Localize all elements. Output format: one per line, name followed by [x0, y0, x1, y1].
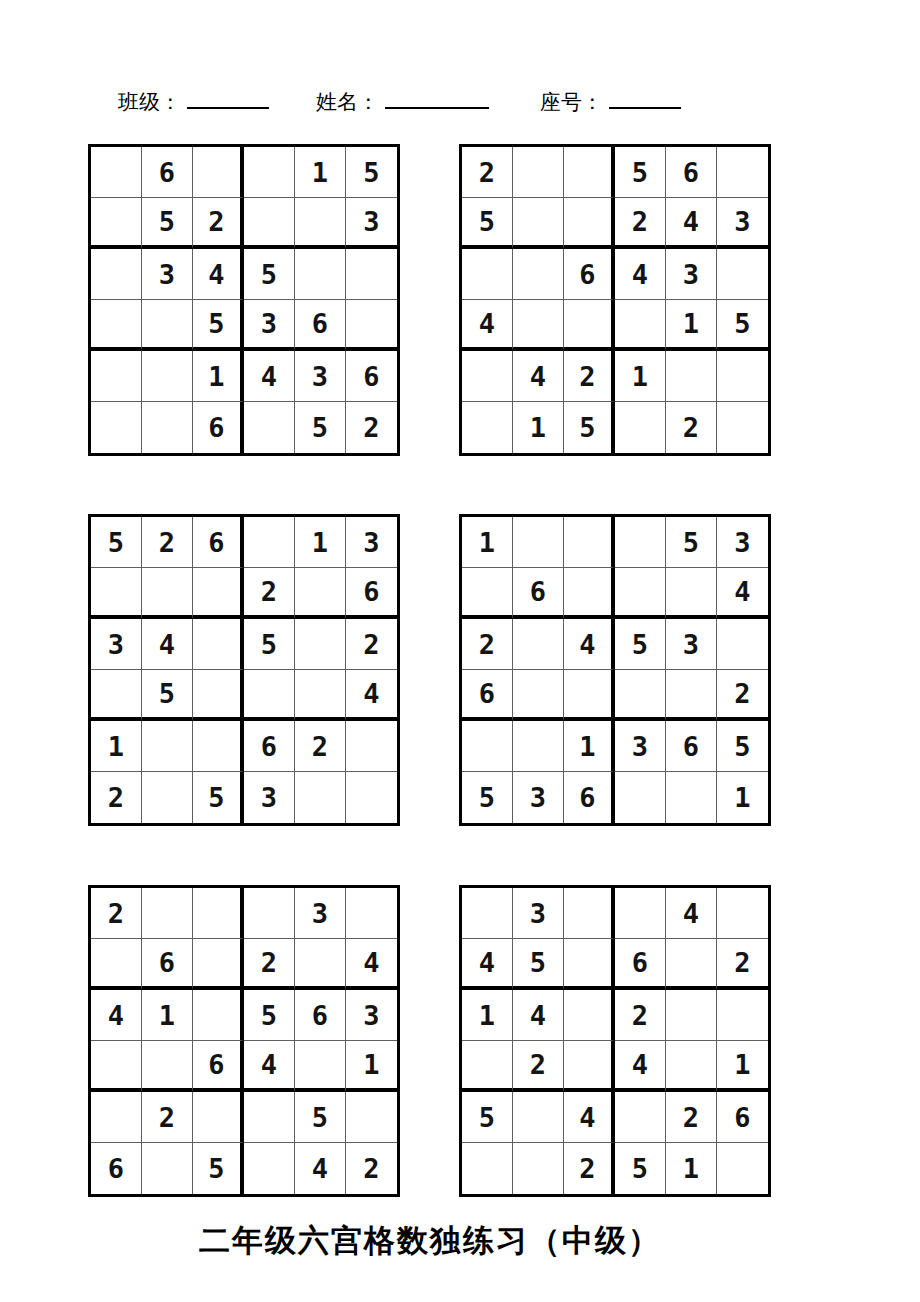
cell-r6c2: 3 [513, 772, 564, 823]
cell-r5c5: 5 [295, 1092, 346, 1143]
cell-r6c6: 1 [717, 772, 768, 823]
cell-r2c2: 6 [142, 939, 193, 990]
cell-r1c6[interactable] [346, 888, 397, 939]
cell-r5c3: 1 [193, 351, 244, 402]
cell-r4c5[interactable] [666, 670, 717, 721]
cell-r3c2: 4 [142, 619, 193, 670]
cell-r4c4[interactable] [615, 670, 666, 721]
cell-r4c2[interactable] [513, 670, 564, 721]
cell-r3c5[interactable] [295, 619, 346, 670]
cell-r2c2[interactable] [513, 198, 564, 249]
cell-r5c4: 3 [615, 721, 666, 772]
cell-r4c2[interactable] [142, 1041, 193, 1092]
cell-r3c3[interactable] [564, 990, 615, 1041]
cell-r2c1: 4 [462, 939, 513, 990]
cell-r6c2: 1 [513, 402, 564, 453]
cell-r1c5: 1 [295, 517, 346, 568]
cell-r4c5[interactable] [666, 1041, 717, 1092]
cell-r6c2[interactable] [513, 1143, 564, 1194]
cell-r2c6: 6 [346, 568, 397, 619]
cell-r1c4[interactable] [244, 888, 295, 939]
cell-r5c5: 2 [295, 721, 346, 772]
cell-r1c5: 5 [666, 517, 717, 568]
cell-r3c2[interactable] [513, 249, 564, 300]
cell-r1c6[interactable] [717, 147, 768, 198]
cell-r5c6[interactable] [346, 1092, 397, 1143]
cell-r2c2: 6 [513, 568, 564, 619]
cell-r2c2[interactable] [142, 568, 193, 619]
cell-r4c5: 1 [666, 300, 717, 351]
cell-r5c2[interactable] [513, 721, 564, 772]
cell-r5c4[interactable] [244, 1092, 295, 1143]
cell-r3c1[interactable] [91, 249, 142, 300]
cell-r6c6[interactable] [346, 772, 397, 823]
cell-r1c6: 3 [346, 517, 397, 568]
cell-r3c1: 2 [462, 619, 513, 670]
cell-r4c5[interactable] [295, 670, 346, 721]
cell-r4c6: 2 [717, 670, 768, 721]
cell-r1c1: 5 [91, 517, 142, 568]
cell-r6c2[interactable] [142, 402, 193, 453]
cell-r2c5[interactable] [295, 939, 346, 990]
cell-r2c5[interactable] [295, 198, 346, 249]
cell-r4c4[interactable] [615, 300, 666, 351]
cell-r6c6[interactable] [717, 1143, 768, 1194]
cell-r6c1[interactable] [91, 402, 142, 453]
cell-r1c3[interactable] [564, 147, 615, 198]
cell-r3c1: 3 [91, 619, 142, 670]
cell-r2c1[interactable] [91, 939, 142, 990]
cell-r6c4[interactable] [615, 402, 666, 453]
cell-r3c6[interactable] [717, 249, 768, 300]
cell-r5c3: 4 [564, 1092, 615, 1143]
cell-r5c5[interactable] [666, 351, 717, 402]
name-label: 姓名： [316, 90, 379, 114]
seat-field: 座号： [540, 88, 681, 116]
cell-r3c3: 4 [193, 249, 244, 300]
cell-r2c4: 6 [615, 939, 666, 990]
cell-r2c4[interactable] [615, 568, 666, 619]
cell-r6c3: 5 [193, 1143, 244, 1194]
cell-r2c4[interactable] [244, 198, 295, 249]
cell-r1c6[interactable] [717, 888, 768, 939]
cell-r1c5: 1 [295, 147, 346, 198]
cell-r2c5: 4 [666, 198, 717, 249]
cell-r3c6[interactable] [717, 990, 768, 1041]
cell-r3c4: 4 [615, 249, 666, 300]
cell-r3c5[interactable] [295, 249, 346, 300]
cell-r5c6[interactable] [346, 721, 397, 772]
cell-r3c1[interactable] [462, 249, 513, 300]
cell-r4c5: 6 [295, 300, 346, 351]
cell-r2c6: 3 [346, 198, 397, 249]
cell-r5c1[interactable] [462, 351, 513, 402]
cell-r3c6: 3 [346, 990, 397, 1041]
cell-r1c2: 3 [513, 888, 564, 939]
cell-r4c3: 5 [193, 300, 244, 351]
cell-r6c1: 2 [91, 772, 142, 823]
cell-r4c6[interactable] [346, 300, 397, 351]
cell-r2c6: 4 [346, 939, 397, 990]
cell-r1c2[interactable] [513, 147, 564, 198]
cell-r2c3: 2 [193, 198, 244, 249]
cell-r5c3[interactable] [193, 1092, 244, 1143]
cell-r2c4: 2 [244, 939, 295, 990]
cell-r4c2: 5 [142, 670, 193, 721]
cell-r1c1[interactable] [462, 888, 513, 939]
cell-r3c3: 4 [564, 619, 615, 670]
cell-r5c3: 1 [564, 721, 615, 772]
cell-r6c4[interactable] [244, 1143, 295, 1194]
cell-r3c4: 2 [615, 990, 666, 1041]
cell-r1c4[interactable] [615, 517, 666, 568]
cell-r1c6: 5 [346, 147, 397, 198]
cell-r6c1: 5 [462, 772, 513, 823]
cell-r4c1[interactable] [91, 670, 142, 721]
cell-r1c5: 6 [666, 147, 717, 198]
cell-r5c2[interactable] [142, 351, 193, 402]
cell-r4c4: 4 [615, 1041, 666, 1092]
cell-r6c2[interactable] [142, 1143, 193, 1194]
cell-r4c6: 4 [346, 670, 397, 721]
cell-r2c3[interactable] [564, 568, 615, 619]
class-label: 班级： [118, 90, 181, 114]
cell-r5c2[interactable] [513, 1092, 564, 1143]
cell-r5c6: 6 [346, 351, 397, 402]
cell-r5c4: 4 [244, 351, 295, 402]
cell-r4c2[interactable] [513, 300, 564, 351]
cell-r2c6: 3 [717, 198, 768, 249]
cell-r6c1: 6 [91, 1143, 142, 1194]
worksheet-page: { "game": "sudoku-6x6", "board": { "rows… [0, 0, 920, 1302]
cell-r3c2: 1 [142, 990, 193, 1041]
cell-r3c3[interactable] [193, 619, 244, 670]
cell-r5c1: 5 [462, 1092, 513, 1143]
cell-r5c6[interactable] [717, 351, 768, 402]
cell-r6c3: 5 [564, 402, 615, 453]
cell-r4c3[interactable] [564, 1041, 615, 1092]
cell-r3c5[interactable] [666, 990, 717, 1041]
cell-r3c6: 2 [346, 619, 397, 670]
cell-r5c1[interactable] [91, 351, 142, 402]
cell-r3c1: 4 [91, 990, 142, 1041]
cell-r5c3[interactable] [193, 721, 244, 772]
cell-r2c1[interactable] [91, 198, 142, 249]
cell-r5c4: 6 [244, 721, 295, 772]
cell-r5c1: 1 [91, 721, 142, 772]
cell-r4c6: 5 [717, 300, 768, 351]
cell-r1c2: 2 [142, 517, 193, 568]
cell-r3c4: 5 [244, 990, 295, 1041]
cell-r1c3[interactable] [193, 147, 244, 198]
cell-r3c5: 3 [666, 249, 717, 300]
cell-r4c5[interactable] [295, 1041, 346, 1092]
cell-r6c5[interactable] [295, 772, 346, 823]
cell-r5c5: 2 [666, 1092, 717, 1143]
cell-r1c1[interactable] [91, 147, 142, 198]
cell-r5c3: 2 [564, 351, 615, 402]
cell-r5c5: 3 [295, 351, 346, 402]
cell-r4c6: 1 [346, 1041, 397, 1092]
cell-r6c4[interactable] [244, 402, 295, 453]
page-title: 二年级六宫格数独练习（中级） [0, 1220, 860, 1262]
cell-r5c6: 6 [717, 1092, 768, 1143]
class-blank-line [187, 89, 269, 109]
cell-r6c4: 3 [244, 772, 295, 823]
cell-r4c4[interactable] [244, 670, 295, 721]
cell-r6c5: 5 [295, 402, 346, 453]
cell-r2c1[interactable] [462, 568, 513, 619]
cell-r6c6: 2 [346, 1143, 397, 1194]
cell-r3c4: 5 [244, 249, 295, 300]
cell-r1c5: 4 [666, 888, 717, 939]
cell-r6c3: 6 [564, 772, 615, 823]
sudoku-board-6: 3445621422415426251 [459, 885, 771, 1197]
cell-r2c1[interactable] [91, 568, 142, 619]
cell-r5c5: 6 [666, 721, 717, 772]
cell-r2c3[interactable] [193, 939, 244, 990]
cell-r4c3[interactable] [564, 300, 615, 351]
cell-r3c2: 4 [513, 990, 564, 1041]
cell-r3c3: 6 [564, 249, 615, 300]
cell-r6c1[interactable] [462, 1143, 513, 1194]
cell-r1c4[interactable] [244, 517, 295, 568]
cell-r6c6[interactable] [717, 402, 768, 453]
cell-r3c6[interactable] [346, 249, 397, 300]
cell-r3c2: 3 [142, 249, 193, 300]
cell-r2c1: 5 [462, 198, 513, 249]
cell-r1c4[interactable] [615, 888, 666, 939]
cell-r2c3[interactable] [564, 939, 615, 990]
cell-r5c4[interactable] [615, 1092, 666, 1143]
seat-label: 座号： [540, 90, 603, 114]
cell-r3c4: 5 [244, 619, 295, 670]
cell-r4c3[interactable] [193, 670, 244, 721]
cell-r4c1: 4 [462, 300, 513, 351]
cell-r4c1: 6 [462, 670, 513, 721]
cell-r3c2[interactable] [513, 619, 564, 670]
cell-r3c3[interactable] [193, 990, 244, 1041]
cell-r2c2: 5 [513, 939, 564, 990]
cell-r1c1: 2 [91, 888, 142, 939]
cell-r1c4[interactable] [244, 147, 295, 198]
cell-r4c1[interactable] [462, 1041, 513, 1092]
cell-r6c3: 6 [193, 402, 244, 453]
cell-r5c4: 1 [615, 351, 666, 402]
cell-r6c4[interactable] [615, 772, 666, 823]
cell-r4c1[interactable] [91, 300, 142, 351]
cell-r6c4: 5 [615, 1143, 666, 1194]
cell-r1c1: 2 [462, 147, 513, 198]
sudoku-board-4: 1536424536213655361 [459, 514, 771, 826]
cell-r2c5[interactable] [295, 568, 346, 619]
cell-r5c6: 5 [717, 721, 768, 772]
cell-r4c2: 2 [513, 1041, 564, 1092]
cell-r3c5: 6 [295, 990, 346, 1041]
cell-r6c3: 2 [564, 1143, 615, 1194]
cell-r5c2: 2 [142, 1092, 193, 1143]
cell-r3c5: 3 [666, 619, 717, 670]
cell-r4c3[interactable] [564, 670, 615, 721]
cell-r5c1[interactable] [462, 721, 513, 772]
cell-r6c1[interactable] [462, 402, 513, 453]
cell-r6c3: 5 [193, 772, 244, 823]
cell-r1c1: 1 [462, 517, 513, 568]
cell-r1c6: 3 [717, 517, 768, 568]
cell-r2c3[interactable] [564, 198, 615, 249]
cell-r3c6[interactable] [717, 619, 768, 670]
cell-r4c4: 3 [244, 300, 295, 351]
cell-r4c4: 4 [244, 1041, 295, 1092]
cell-r1c2: 6 [142, 147, 193, 198]
cell-r5c2: 4 [513, 351, 564, 402]
name-field: 姓名： [316, 88, 489, 116]
cell-r3c4: 5 [615, 619, 666, 670]
cell-r6c5: 2 [666, 402, 717, 453]
cell-r6c6: 2 [346, 402, 397, 453]
cell-r1c5: 3 [295, 888, 346, 939]
cell-r2c4: 2 [615, 198, 666, 249]
class-field: 班级： [118, 88, 269, 116]
cell-r1c3[interactable] [564, 888, 615, 939]
cell-r6c2[interactable] [142, 772, 193, 823]
cell-r5c2[interactable] [142, 721, 193, 772]
cell-r6c5: 1 [666, 1143, 717, 1194]
cell-r2c3[interactable] [193, 568, 244, 619]
cell-r1c3: 6 [193, 517, 244, 568]
seat-blank-line [609, 89, 681, 109]
cell-r1c2[interactable] [142, 888, 193, 939]
cell-r2c5[interactable] [666, 568, 717, 619]
sudoku-board-3: 5261326345254162253 [88, 514, 400, 826]
cell-r2c6: 4 [717, 568, 768, 619]
cell-r1c2[interactable] [513, 517, 564, 568]
sudoku-board-1: 6155233455361436652 [88, 144, 400, 456]
cell-r6c5: 4 [295, 1143, 346, 1194]
cell-r1c3[interactable] [564, 517, 615, 568]
sudoku-board-2: 2565243643415421152 [459, 144, 771, 456]
cell-r1c3[interactable] [193, 888, 244, 939]
cell-r3c1: 1 [462, 990, 513, 1041]
name-blank-line [385, 89, 489, 109]
cell-r6c5[interactable] [666, 772, 717, 823]
cell-r2c5[interactable] [666, 939, 717, 990]
cell-r2c4: 2 [244, 568, 295, 619]
cell-r5c1[interactable] [91, 1092, 142, 1143]
cell-r2c6: 2 [717, 939, 768, 990]
cell-r4c2[interactable] [142, 300, 193, 351]
cell-r4c1[interactable] [91, 1041, 142, 1092]
cell-r4c3: 6 [193, 1041, 244, 1092]
cell-r4c6: 1 [717, 1041, 768, 1092]
cell-r2c2: 5 [142, 198, 193, 249]
sudoku-board-5: 2362441563641256542 [88, 885, 400, 1197]
cell-r1c4: 5 [615, 147, 666, 198]
